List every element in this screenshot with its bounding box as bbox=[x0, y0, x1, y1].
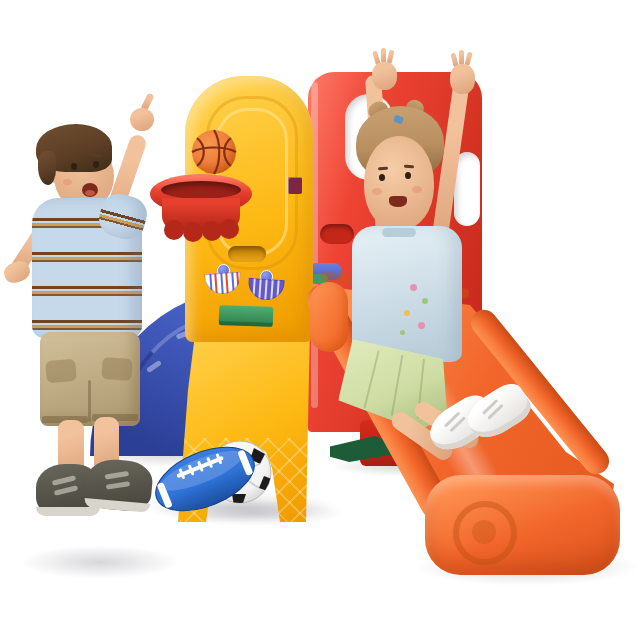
boy-eye bbox=[93, 161, 99, 168]
girl-cheek bbox=[412, 186, 422, 193]
girl-shirt bbox=[352, 226, 462, 362]
hoop-scallop bbox=[219, 219, 239, 239]
tower-hand-slot bbox=[228, 246, 266, 262]
girl-sliding bbox=[330, 48, 550, 468]
boy-eye bbox=[71, 163, 77, 170]
shoe-sole bbox=[36, 507, 100, 516]
boy-mouth-open bbox=[82, 183, 98, 197]
girl-left-hand bbox=[372, 56, 398, 92]
boy-tongue bbox=[85, 190, 95, 196]
cargo-pocket bbox=[101, 357, 132, 381]
basketball-graphic bbox=[191, 129, 237, 175]
floral-dot bbox=[400, 330, 405, 335]
floral-dot bbox=[418, 322, 425, 329]
floor-shadow-boy bbox=[20, 545, 180, 579]
palm bbox=[130, 108, 154, 131]
skirt-pleat bbox=[391, 355, 404, 416]
girl-mouth bbox=[389, 196, 407, 207]
shoe-strap bbox=[52, 475, 76, 486]
floral-dot bbox=[422, 298, 428, 304]
girl-brow bbox=[404, 165, 414, 169]
basketball bbox=[191, 129, 237, 175]
boy-pointing-hand bbox=[128, 100, 158, 135]
palm bbox=[450, 64, 475, 94]
shoe-strap bbox=[105, 471, 129, 480]
shorts-seam bbox=[88, 380, 91, 422]
finger bbox=[381, 48, 386, 63]
boy-shorts bbox=[40, 332, 140, 426]
boy-right-shoe bbox=[84, 457, 154, 513]
slide-lip-circle-center bbox=[472, 520, 496, 544]
toy-football bbox=[146, 444, 264, 514]
green-game-bar bbox=[219, 305, 274, 327]
girl-collar bbox=[382, 228, 416, 237]
product-photo-stage bbox=[0, 0, 640, 640]
girl-face bbox=[364, 136, 434, 230]
shoe-strap bbox=[54, 485, 78, 496]
finger bbox=[459, 50, 464, 65]
boy-hair-side bbox=[38, 151, 56, 185]
shoe-strap bbox=[106, 481, 130, 490]
floral-dot bbox=[404, 310, 410, 316]
girl-right-hand bbox=[448, 58, 476, 96]
girl-eye bbox=[405, 172, 411, 179]
palm bbox=[372, 62, 397, 90]
brand-badge bbox=[288, 177, 302, 194]
hoop-scallop bbox=[183, 222, 203, 242]
girl-cheek bbox=[372, 188, 382, 195]
cargo-pocket bbox=[45, 359, 77, 384]
floral-dot bbox=[410, 284, 417, 291]
girl-eye bbox=[379, 174, 385, 181]
skirt-pleat bbox=[363, 350, 379, 409]
boy-cheek bbox=[63, 179, 72, 185]
football-graphic bbox=[146, 444, 264, 514]
girl-brow bbox=[378, 166, 388, 170]
